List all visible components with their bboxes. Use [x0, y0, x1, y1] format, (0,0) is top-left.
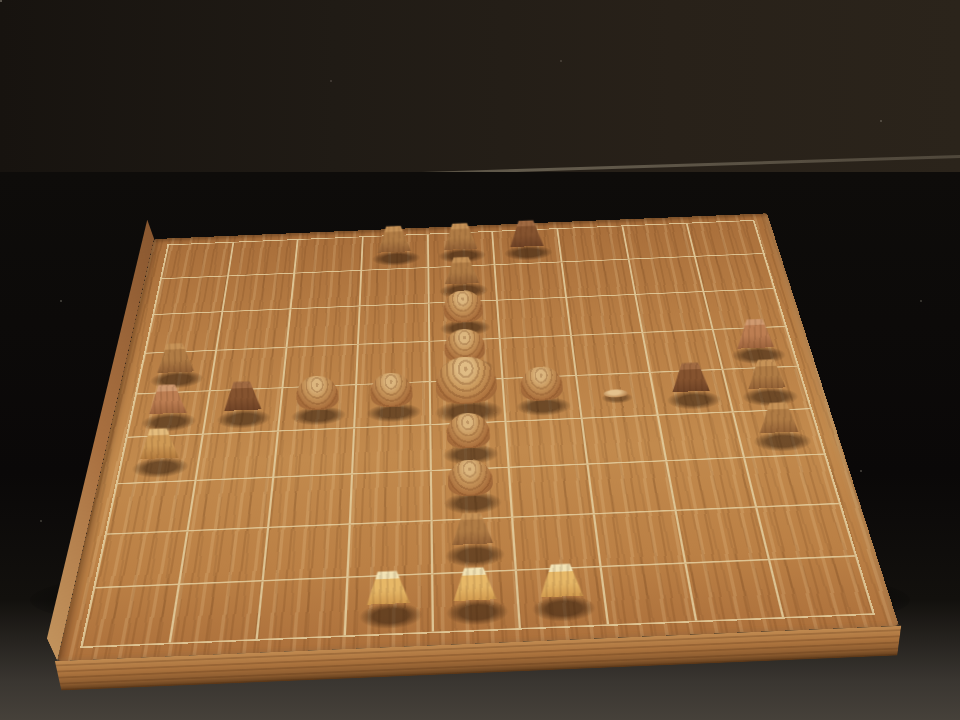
cell-a4[interactable] [137, 351, 217, 395]
cell-h1[interactable] [623, 224, 696, 260]
cell-c8[interactable] [264, 524, 351, 581]
cell-d6[interactable] [353, 425, 432, 474]
cell-f6[interactable] [507, 419, 589, 468]
background-wall [0, 0, 960, 176]
cell-f3[interactable] [498, 298, 572, 339]
cell-f7[interactable] [510, 465, 595, 518]
cell-d5[interactable] [355, 382, 431, 428]
cell-a2[interactable] [154, 276, 229, 315]
cell-g9[interactable] [602, 564, 697, 625]
cell-g6[interactable] [583, 416, 667, 465]
cell-g2[interactable] [563, 260, 636, 298]
cell-g7[interactable] [589, 462, 677, 515]
cell-f9[interactable] [517, 567, 609, 628]
cell-h5[interactable] [650, 370, 734, 416]
board-grid [80, 220, 875, 648]
cell-h8[interactable] [676, 507, 770, 563]
cell-a7[interactable] [107, 481, 196, 534]
cell-d7[interactable] [351, 471, 432, 524]
cell-i1[interactable] [688, 221, 763, 257]
cell-a6[interactable] [118, 435, 204, 485]
cell-b7[interactable] [188, 478, 274, 531]
cell-d1[interactable] [362, 234, 429, 270]
cell-b3[interactable] [217, 309, 292, 350]
cell-a3[interactable] [146, 312, 223, 353]
cell-h9[interactable] [686, 560, 784, 621]
cell-a1[interactable] [162, 243, 234, 280]
cell-h2[interactable] [629, 257, 704, 295]
cell-c3[interactable] [288, 307, 361, 348]
defender-small-piece[interactable] [604, 389, 629, 398]
cell-a8[interactable] [95, 531, 188, 588]
cell-i6[interactable] [734, 409, 824, 458]
cell-e9[interactable] [433, 571, 521, 632]
cell-d3[interactable] [359, 304, 430, 345]
dust-speckles [0, 0, 2, 2]
cell-b5[interactable] [203, 388, 283, 435]
cell-i2[interactable] [696, 254, 774, 292]
tablut-board [57, 213, 899, 661]
cell-e8[interactable] [432, 518, 517, 575]
attacker-piece[interactable] [753, 395, 804, 436]
cell-a9[interactable] [83, 585, 180, 647]
cell-g4[interactable] [572, 333, 651, 376]
cell-b9[interactable] [170, 581, 264, 642]
cell-c6[interactable] [275, 428, 356, 478]
cell-c7[interactable] [270, 475, 354, 528]
cell-d8[interactable] [348, 521, 432, 578]
cell-b2[interactable] [223, 274, 295, 313]
cell-f2[interactable] [496, 262, 567, 300]
cell-g3[interactable] [567, 295, 643, 336]
photo-scene [0, 0, 960, 720]
cell-h7[interactable] [667, 458, 758, 510]
cell-i9[interactable] [771, 556, 873, 616]
cell-h6[interactable] [659, 412, 746, 461]
cell-i3[interactable] [705, 289, 785, 329]
cell-h3[interactable] [636, 292, 714, 333]
cell-b8[interactable] [180, 528, 270, 585]
cell-i4[interactable] [714, 327, 797, 370]
cell-i8[interactable] [758, 504, 855, 560]
cell-i5[interactable] [724, 367, 810, 413]
cell-a5[interactable] [128, 391, 211, 438]
cell-g1[interactable] [558, 226, 629, 262]
cell-d2[interactable] [361, 268, 430, 307]
board-plank [57, 213, 899, 661]
cell-b6[interactable] [196, 432, 279, 482]
cell-f8[interactable] [514, 514, 602, 571]
cell-c5[interactable] [279, 385, 357, 431]
cell-c2[interactable] [292, 271, 362, 310]
cell-f5[interactable] [504, 376, 583, 422]
cell-i7[interactable] [746, 455, 839, 507]
cell-f1[interactable] [493, 229, 562, 265]
cell-d9[interactable] [346, 574, 434, 635]
cell-c9[interactable] [258, 578, 348, 639]
cell-g8[interactable] [595, 511, 686, 567]
cell-c1[interactable] [295, 237, 363, 273]
cell-b1[interactable] [229, 240, 299, 277]
cell-g5[interactable] [577, 373, 658, 419]
